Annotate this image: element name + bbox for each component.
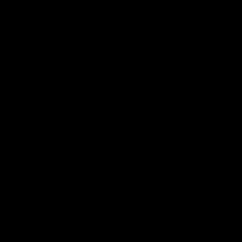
board-frame	[0, 0, 242, 242]
chess-board	[3, 3, 241, 241]
